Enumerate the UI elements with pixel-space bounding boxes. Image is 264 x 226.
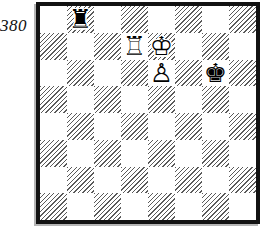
square-e6: ♟♙ [148, 60, 175, 87]
square-h2 [229, 167, 256, 194]
square-g2 [202, 167, 229, 194]
square-g4 [202, 113, 229, 140]
square-b5 [67, 86, 94, 113]
square-h1 [229, 193, 256, 220]
square-d5 [121, 86, 148, 113]
square-f3 [175, 140, 202, 167]
square-e4 [148, 113, 175, 140]
square-c2 [94, 167, 121, 194]
square-e1 [148, 193, 175, 220]
square-b4 [67, 113, 94, 140]
square-h4 [229, 113, 256, 140]
square-d8 [121, 6, 148, 33]
piece-white-pawn: ♟♙ [150, 60, 173, 86]
square-f2 [175, 167, 202, 194]
piece-white-rook: ♜♖ [123, 33, 146, 59]
square-d6 [121, 60, 148, 87]
chess-diagram: 380 ♜♜♖♚♔♟♙♚ [0, 0, 264, 226]
square-c3 [94, 140, 121, 167]
chess-board: ♜♜♖♚♔♟♙♚ [36, 2, 260, 224]
square-h7 [229, 33, 256, 60]
puzzle-number: 380 [0, 16, 27, 36]
square-g1 [202, 193, 229, 220]
square-g5 [202, 86, 229, 113]
square-c5 [94, 86, 121, 113]
square-b2 [67, 167, 94, 194]
square-e7: ♚♔ [148, 33, 175, 60]
square-c4 [94, 113, 121, 140]
square-f8 [175, 6, 202, 33]
square-c6 [94, 60, 121, 87]
square-f1 [175, 193, 202, 220]
square-b6 [67, 60, 94, 87]
piece-white-king: ♚♔ [150, 33, 173, 59]
square-a1 [40, 193, 67, 220]
square-b7 [67, 33, 94, 60]
square-a7 [40, 33, 67, 60]
square-b1 [67, 193, 94, 220]
square-e8 [148, 6, 175, 33]
square-a3 [40, 140, 67, 167]
square-d4 [121, 113, 148, 140]
square-f6 [175, 60, 202, 87]
piece-black-king: ♚ [204, 60, 227, 86]
square-e5 [148, 86, 175, 113]
square-a2 [40, 167, 67, 194]
piece-black-rook: ♜ [69, 6, 92, 32]
square-c8 [94, 6, 121, 33]
square-e3 [148, 140, 175, 167]
square-d7: ♜♖ [121, 33, 148, 60]
square-c1 [94, 193, 121, 220]
square-d2 [121, 167, 148, 194]
square-h5 [229, 86, 256, 113]
square-a4 [40, 113, 67, 140]
square-f7 [175, 33, 202, 60]
square-h6 [229, 60, 256, 87]
square-a5 [40, 86, 67, 113]
square-g8 [202, 6, 229, 33]
square-c7 [94, 33, 121, 60]
square-g6: ♚ [202, 60, 229, 87]
square-a6 [40, 60, 67, 87]
square-a8 [40, 6, 67, 33]
square-b3 [67, 140, 94, 167]
square-g7 [202, 33, 229, 60]
square-d3 [121, 140, 148, 167]
square-h8 [229, 6, 256, 33]
square-e2 [148, 167, 175, 194]
square-d1 [121, 193, 148, 220]
square-b8: ♜ [67, 6, 94, 33]
square-g3 [202, 140, 229, 167]
square-f4 [175, 113, 202, 140]
square-f5 [175, 86, 202, 113]
square-h3 [229, 140, 256, 167]
